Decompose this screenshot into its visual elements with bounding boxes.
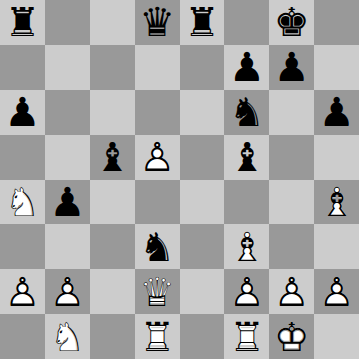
white-rook-icon[interactable]: ♖: [135, 314, 180, 359]
square-c1[interactable]: [90, 314, 135, 359]
square-g5[interactable]: [269, 135, 314, 180]
square-a5[interactable]: [0, 135, 45, 180]
black-king-icon[interactable]: ♚: [269, 0, 314, 45]
square-d4[interactable]: [135, 180, 180, 225]
square-h8[interactable]: [314, 0, 359, 45]
square-c6[interactable]: [90, 90, 135, 135]
square-h3[interactable]: [314, 224, 359, 269]
white-pawn-fill-layer: ♟: [135, 135, 180, 180]
white-pawn-icon[interactable]: ♙: [314, 269, 359, 314]
square-g8[interactable]: ♚: [269, 0, 314, 45]
square-d3[interactable]: ♞: [135, 224, 180, 269]
black-bishop-icon[interactable]: ♝: [224, 135, 269, 180]
square-e6[interactable]: [180, 90, 225, 135]
square-c8[interactable]: [90, 0, 135, 45]
white-rook-fill-layer: ♜: [135, 314, 180, 359]
black-rook-icon[interactable]: ♜: [180, 0, 225, 45]
white-pawn-icon[interactable]: ♙: [135, 135, 180, 180]
white-knight-fill-layer: ♞: [45, 314, 90, 359]
square-e4[interactable]: [180, 180, 225, 225]
square-e1[interactable]: [180, 314, 225, 359]
square-g4[interactable]: [269, 180, 314, 225]
square-d6[interactable]: [135, 90, 180, 135]
black-bishop-icon[interactable]: ♝: [90, 135, 135, 180]
white-rook-icon[interactable]: ♖: [224, 314, 269, 359]
white-pawn-icon[interactable]: ♙: [45, 269, 90, 314]
square-h7[interactable]: [314, 45, 359, 90]
square-f5[interactable]: ♝: [224, 135, 269, 180]
white-king-fill-layer: ♚: [269, 314, 314, 359]
square-g1[interactable]: ♚♔: [269, 314, 314, 359]
square-d2[interactable]: ♛♕: [135, 269, 180, 314]
chess-board: ♜♛♜♚♟♟♟♞♟♝♟♙♝♞♘♟♝♗♞♝♗♟♙♟♙♛♕♟♙♟♙♟♙♞♘♜♖♜♖♚…: [0, 0, 359, 359]
square-f1[interactable]: ♜♖: [224, 314, 269, 359]
square-g3[interactable]: [269, 224, 314, 269]
square-c5[interactable]: ♝: [90, 135, 135, 180]
black-pawn-icon[interactable]: ♟: [45, 180, 90, 225]
square-e3[interactable]: [180, 224, 225, 269]
square-e5[interactable]: [180, 135, 225, 180]
white-queen-icon[interactable]: ♕: [135, 269, 180, 314]
square-h1[interactable]: [314, 314, 359, 359]
square-a8[interactable]: ♜: [0, 0, 45, 45]
square-g6[interactable]: [269, 90, 314, 135]
square-a1[interactable]: [0, 314, 45, 359]
square-f3[interactable]: ♝♗: [224, 224, 269, 269]
square-b3[interactable]: [45, 224, 90, 269]
square-c2[interactable]: [90, 269, 135, 314]
square-f6[interactable]: ♞: [224, 90, 269, 135]
square-d7[interactable]: [135, 45, 180, 90]
white-queen-fill-layer: ♛: [135, 269, 180, 314]
square-e2[interactable]: [180, 269, 225, 314]
white-bishop-fill-layer: ♝: [224, 224, 269, 269]
black-queen-icon[interactable]: ♛: [135, 0, 180, 45]
white-pawn-fill-layer: ♟: [224, 269, 269, 314]
square-h6[interactable]: ♟: [314, 90, 359, 135]
square-h5[interactable]: [314, 135, 359, 180]
square-h2[interactable]: ♟♙: [314, 269, 359, 314]
square-e7[interactable]: [180, 45, 225, 90]
square-f7[interactable]: ♟: [224, 45, 269, 90]
white-bishop-icon[interactable]: ♗: [314, 180, 359, 225]
white-knight-fill-layer: ♞: [0, 180, 45, 225]
white-pawn-icon[interactable]: ♙: [0, 269, 45, 314]
white-pawn-fill-layer: ♟: [45, 269, 90, 314]
square-b8[interactable]: [45, 0, 90, 45]
square-g7[interactable]: ♟: [269, 45, 314, 90]
white-pawn-fill-layer: ♟: [314, 269, 359, 314]
black-pawn-icon[interactable]: ♟: [224, 45, 269, 90]
black-pawn-icon[interactable]: ♟: [314, 90, 359, 135]
black-pawn-icon[interactable]: ♟: [0, 90, 45, 135]
square-h4[interactable]: ♝♗: [314, 180, 359, 225]
square-a3[interactable]: [0, 224, 45, 269]
square-b2[interactable]: ♟♙: [45, 269, 90, 314]
square-b6[interactable]: [45, 90, 90, 135]
square-f8[interactable]: [224, 0, 269, 45]
white-pawn-icon[interactable]: ♙: [269, 269, 314, 314]
square-a7[interactable]: [0, 45, 45, 90]
square-b4[interactable]: ♟: [45, 180, 90, 225]
square-b1[interactable]: ♞♘: [45, 314, 90, 359]
chess-board-window: ♜♛♜♚♟♟♟♞♟♝♟♙♝♞♘♟♝♗♞♝♗♟♙♟♙♛♕♟♙♟♙♟♙♞♘♜♖♜♖♚…: [0, 0, 359, 359]
square-b7[interactable]: [45, 45, 90, 90]
black-knight-icon[interactable]: ♞: [135, 224, 180, 269]
black-knight-icon[interactable]: ♞: [224, 90, 269, 135]
square-g2[interactable]: ♟♙: [269, 269, 314, 314]
white-rook-fill-layer: ♜: [224, 314, 269, 359]
white-knight-icon[interactable]: ♘: [0, 180, 45, 225]
square-c7[interactable]: [90, 45, 135, 90]
square-a2[interactable]: ♟♙: [0, 269, 45, 314]
square-f2[interactable]: ♟♙: [224, 269, 269, 314]
square-b5[interactable]: [45, 135, 90, 180]
square-c3[interactable]: [90, 224, 135, 269]
white-bishop-icon[interactable]: ♗: [224, 224, 269, 269]
square-e8[interactable]: ♜: [180, 0, 225, 45]
black-pawn-icon[interactable]: ♟: [269, 45, 314, 90]
black-rook-icon[interactable]: ♜: [0, 0, 45, 45]
square-a4[interactable]: ♞♘: [0, 180, 45, 225]
square-c4[interactable]: [90, 180, 135, 225]
square-a6[interactable]: ♟: [0, 90, 45, 135]
square-d8[interactable]: ♛: [135, 0, 180, 45]
white-king-icon[interactable]: ♔: [269, 314, 314, 359]
white-pawn-fill-layer: ♟: [0, 269, 45, 314]
white-pawn-fill-layer: ♟: [269, 269, 314, 314]
white-knight-icon[interactable]: ♘: [45, 314, 90, 359]
square-d1[interactable]: ♜♖: [135, 314, 180, 359]
white-bishop-fill-layer: ♝: [314, 180, 359, 225]
square-d5[interactable]: ♟♙: [135, 135, 180, 180]
white-pawn-icon[interactable]: ♙: [224, 269, 269, 314]
square-f4[interactable]: [224, 180, 269, 225]
